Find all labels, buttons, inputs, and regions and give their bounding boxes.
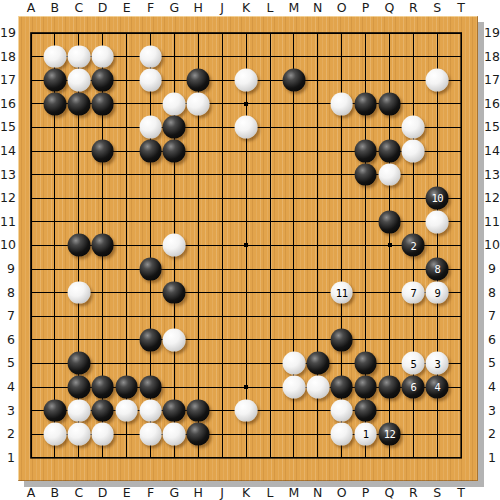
stone-white-C17[interactable] <box>67 69 90 92</box>
row-label-right-18: 18 <box>483 50 500 64</box>
col-label-top-B: B <box>43 1 67 15</box>
stone-white-F17[interactable] <box>139 69 162 92</box>
row-label-left-2: 2 <box>0 427 15 441</box>
col-label-top-D: D <box>91 1 115 15</box>
stone-black-D10[interactable] <box>91 234 114 257</box>
col-label-top-M: M <box>282 1 306 15</box>
row-label-left-17: 17 <box>0 73 15 87</box>
row-label-left-19: 19 <box>0 26 15 40</box>
stone-white-F2[interactable] <box>139 423 162 446</box>
stone-black-H3[interactable] <box>187 399 210 422</box>
stone-black-S4[interactable]: 4 <box>426 376 449 399</box>
stone-black-B17[interactable] <box>43 69 66 92</box>
col-label-bottom-K: K <box>234 486 258 500</box>
row-label-right-13: 13 <box>483 168 500 182</box>
row-label-left-9: 9 <box>0 262 15 276</box>
row-label-left-14: 14 <box>0 144 15 158</box>
row-label-right-4: 4 <box>483 380 500 394</box>
row-label-right-10: 10 <box>483 238 500 252</box>
col-label-bottom-E: E <box>115 486 139 500</box>
move-number-label: 10 <box>431 193 443 204</box>
stone-black-Q4[interactable] <box>378 376 401 399</box>
go-board[interactable]: 102811795364112 <box>18 16 478 481</box>
stone-black-S9[interactable]: 8 <box>426 258 449 281</box>
col-label-bottom-D: D <box>91 486 115 500</box>
stone-black-G14[interactable] <box>163 140 186 163</box>
col-label-top-N: N <box>306 1 330 15</box>
stone-black-B3[interactable] <box>43 399 66 422</box>
row-label-right-19: 19 <box>483 26 500 40</box>
stone-black-E4[interactable] <box>115 376 138 399</box>
col-label-top-L: L <box>258 1 282 15</box>
row-label-right-1: 1 <box>483 451 500 465</box>
stone-white-O2[interactable] <box>330 423 353 446</box>
stone-black-F4[interactable] <box>139 376 162 399</box>
col-label-top-J: J <box>210 1 234 15</box>
move-number-label: 11 <box>336 287 348 298</box>
col-label-top-Q: Q <box>378 1 402 15</box>
stone-white-K17[interactable] <box>235 69 258 92</box>
stone-black-B16[interactable] <box>43 92 66 115</box>
stone-black-M17[interactable] <box>282 69 305 92</box>
col-label-bottom-M: M <box>282 486 306 500</box>
row-label-right-3: 3 <box>483 404 500 418</box>
stone-white-B2[interactable] <box>43 423 66 446</box>
col-label-top-P: P <box>354 1 378 15</box>
stone-white-G10[interactable] <box>163 234 186 257</box>
stone-black-G15[interactable] <box>163 116 186 139</box>
col-label-bottom-H: H <box>186 486 210 500</box>
stone-white-Q13[interactable] <box>378 163 401 186</box>
stone-white-F3[interactable] <box>139 399 162 422</box>
stone-white-F18[interactable] <box>139 45 162 68</box>
stone-black-P3[interactable] <box>354 399 377 422</box>
col-label-bottom-N: N <box>306 486 330 500</box>
row-label-right-16: 16 <box>483 97 500 111</box>
stone-white-N4[interactable] <box>306 376 329 399</box>
stone-white-G2[interactable] <box>163 423 186 446</box>
col-label-bottom-A: A <box>19 486 43 500</box>
col-label-top-E: E <box>115 1 139 15</box>
col-label-top-S: S <box>425 1 449 15</box>
stone-white-C18[interactable] <box>67 45 90 68</box>
move-number-label: 8 <box>434 264 440 275</box>
stone-black-P4[interactable] <box>354 376 377 399</box>
col-label-bottom-F: F <box>139 486 163 500</box>
stone-black-F14[interactable] <box>139 140 162 163</box>
move-number-label: 2 <box>410 240 416 251</box>
stone-black-D14[interactable] <box>91 140 114 163</box>
stone-black-C10[interactable] <box>67 234 90 257</box>
stone-black-P14[interactable] <box>354 140 377 163</box>
move-number-label: 6 <box>410 382 416 393</box>
col-label-top-A: A <box>19 1 43 15</box>
col-label-bottom-L: L <box>258 486 282 500</box>
stone-white-F15[interactable] <box>139 116 162 139</box>
stone-black-R4[interactable]: 6 <box>402 376 425 399</box>
stone-black-R10[interactable]: 2 <box>402 234 425 257</box>
stone-black-D16[interactable] <box>91 92 114 115</box>
col-label-bottom-B: B <box>43 486 67 500</box>
row-label-right-2: 2 <box>483 427 500 441</box>
stone-black-C5[interactable] <box>67 352 90 375</box>
col-label-top-F: F <box>139 1 163 15</box>
stone-white-R5[interactable]: 5 <box>402 352 425 375</box>
stone-white-D2[interactable] <box>91 423 114 446</box>
row-label-right-15: 15 <box>483 120 500 134</box>
col-label-top-T: T <box>449 1 473 15</box>
stone-black-D3[interactable] <box>91 399 114 422</box>
stone-white-O3[interactable] <box>330 399 353 422</box>
row-label-right-14: 14 <box>483 144 500 158</box>
stone-white-M5[interactable] <box>282 352 305 375</box>
col-label-top-O: O <box>330 1 354 15</box>
stone-white-G6[interactable] <box>163 328 186 351</box>
row-label-left-10: 10 <box>0 238 15 252</box>
row-label-right-5: 5 <box>483 356 500 370</box>
stone-white-H16[interactable] <box>187 92 210 115</box>
stone-white-S8[interactable]: 9 <box>426 281 449 304</box>
stone-white-R14[interactable] <box>402 140 425 163</box>
star-point-Q10 <box>388 243 392 247</box>
stone-black-O6[interactable] <box>330 328 353 351</box>
stone-white-O16[interactable] <box>330 92 353 115</box>
stone-white-S11[interactable] <box>426 210 449 233</box>
stone-black-Q14[interactable] <box>378 140 401 163</box>
stone-black-H17[interactable] <box>187 69 210 92</box>
row-label-left-6: 6 <box>0 333 15 347</box>
stone-white-S17[interactable] <box>426 69 449 92</box>
go-board-page: ABCDEFGHJKLMNOPQRST ABCDEFGHJKLMNOPQRST … <box>0 0 500 500</box>
move-number-label: 9 <box>434 287 440 298</box>
move-number-label: 4 <box>434 382 440 393</box>
col-label-bottom-O: O <box>330 486 354 500</box>
col-label-bottom-S: S <box>425 486 449 500</box>
stone-white-K3[interactable] <box>235 399 258 422</box>
stone-white-O8[interactable]: 11 <box>330 281 353 304</box>
stone-black-Q2[interactable]: 12 <box>378 423 401 446</box>
col-label-top-R: R <box>401 1 425 15</box>
stone-white-M4[interactable] <box>282 376 305 399</box>
move-number-label: 7 <box>410 287 416 298</box>
stone-white-C8[interactable] <box>67 281 90 304</box>
move-number-label: 12 <box>384 429 396 440</box>
stone-black-G8[interactable] <box>163 281 186 304</box>
col-label-bottom-T: T <box>449 486 473 500</box>
stone-black-S12[interactable]: 10 <box>426 187 449 210</box>
col-label-bottom-R: R <box>401 486 425 500</box>
stone-black-Q11[interactable] <box>378 210 401 233</box>
col-label-top-C: C <box>67 1 91 15</box>
row-label-left-5: 5 <box>0 356 15 370</box>
move-number-label: 1 <box>363 429 369 440</box>
row-label-left-18: 18 <box>0 50 15 64</box>
stone-white-K15[interactable] <box>235 116 258 139</box>
row-label-left-3: 3 <box>0 404 15 418</box>
col-label-bottom-Q: Q <box>378 486 402 500</box>
stone-black-P16[interactable] <box>354 92 377 115</box>
stone-white-E3[interactable] <box>115 399 138 422</box>
row-label-right-9: 9 <box>483 262 500 276</box>
col-label-bottom-J: J <box>210 486 234 500</box>
stone-black-F9[interactable] <box>139 258 162 281</box>
stone-white-P2[interactable]: 1 <box>354 423 377 446</box>
stone-black-P5[interactable] <box>354 352 377 375</box>
row-label-left-16: 16 <box>0 97 15 111</box>
stone-white-B18[interactable] <box>43 45 66 68</box>
star-point-K4 <box>244 385 248 389</box>
col-label-bottom-C: C <box>67 486 91 500</box>
stone-black-Q16[interactable] <box>378 92 401 115</box>
row-label-left-15: 15 <box>0 120 15 134</box>
stone-black-D4[interactable] <box>91 376 114 399</box>
stone-white-S5[interactable]: 3 <box>426 352 449 375</box>
stone-black-O4[interactable] <box>330 376 353 399</box>
row-label-left-13: 13 <box>0 168 15 182</box>
row-label-left-1: 1 <box>0 451 15 465</box>
row-label-left-11: 11 <box>0 215 15 229</box>
stone-white-R15[interactable] <box>402 116 425 139</box>
stone-black-H2[interactable] <box>187 423 210 446</box>
row-label-right-11: 11 <box>483 215 500 229</box>
stone-white-D18[interactable] <box>91 45 114 68</box>
stone-black-P13[interactable] <box>354 163 377 186</box>
row-label-left-4: 4 <box>0 380 15 394</box>
col-label-top-G: G <box>162 1 186 15</box>
stone-black-F6[interactable] <box>139 328 162 351</box>
stone-black-C16[interactable] <box>67 92 90 115</box>
stone-white-G16[interactable] <box>163 92 186 115</box>
col-label-bottom-P: P <box>354 486 378 500</box>
star-point-K10 <box>244 243 248 247</box>
row-label-right-7: 7 <box>483 309 500 323</box>
col-label-bottom-G: G <box>162 486 186 500</box>
stone-black-D17[interactable] <box>91 69 114 92</box>
row-label-left-8: 8 <box>0 286 15 300</box>
stone-black-C4[interactable] <box>67 376 90 399</box>
move-number-label: 3 <box>434 358 440 369</box>
move-number-label: 5 <box>410 358 416 369</box>
star-point-K16 <box>244 102 248 106</box>
stone-white-C3[interactable] <box>67 399 90 422</box>
row-label-right-17: 17 <box>483 73 500 87</box>
col-label-top-H: H <box>186 1 210 15</box>
stone-white-C2[interactable] <box>67 423 90 446</box>
row-label-right-12: 12 <box>483 191 500 205</box>
row-label-left-7: 7 <box>0 309 15 323</box>
stone-black-N5[interactable] <box>306 352 329 375</box>
stone-black-G3[interactable] <box>163 399 186 422</box>
stone-white-R8[interactable]: 7 <box>402 281 425 304</box>
row-label-right-8: 8 <box>483 286 500 300</box>
row-label-left-12: 12 <box>0 191 15 205</box>
col-label-top-K: K <box>234 1 258 15</box>
row-label-right-6: 6 <box>483 333 500 347</box>
